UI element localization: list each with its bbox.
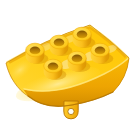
duplo-piece-illustration: Yellow LEGO Duplo curved roof plate with… <box>0 0 135 135</box>
stud-hole <box>77 31 88 39</box>
stud-hole <box>30 47 41 55</box>
stud-hole <box>48 63 59 71</box>
stud-hole <box>72 55 83 63</box>
eyelet-hole <box>68 108 74 114</box>
stud-hole <box>54 39 65 47</box>
stud-hole <box>95 47 106 55</box>
product-photo: Yellow LEGO Duplo curved roof plate with… <box>0 0 135 135</box>
